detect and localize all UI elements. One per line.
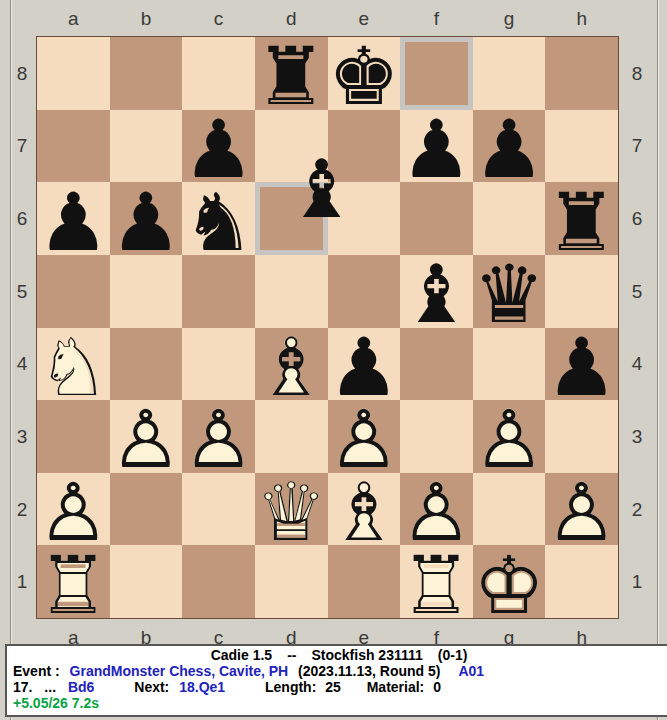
material-label: Material: bbox=[367, 679, 425, 695]
file-label-f: f bbox=[400, 9, 473, 28]
file-label-d: d bbox=[255, 9, 328, 28]
length-value: 25 bbox=[325, 679, 341, 695]
piece-outline: ♙ bbox=[182, 404, 255, 477]
white-pawn-piece[interactable]: ♟♙ bbox=[328, 400, 401, 473]
piece-fill: ♟ bbox=[37, 186, 110, 259]
piece-fill: ♟ bbox=[545, 332, 618, 405]
next-move: 18.Qe1 bbox=[179, 679, 225, 695]
square-d3[interactable] bbox=[255, 400, 328, 473]
black-queen-piece[interactable]: ♛ bbox=[473, 255, 546, 328]
white-knight-piece[interactable]: ♞♘ bbox=[37, 328, 110, 401]
black-pawn-piece[interactable]: ♟ bbox=[400, 110, 473, 183]
square-g1[interactable]: ♚♔ bbox=[473, 545, 546, 618]
event-label: Event : bbox=[13, 663, 60, 679]
info-panel: Cadie 1.5 -- Stockfish 231111 (0-1) Even… bbox=[5, 644, 667, 717]
square-d1[interactable] bbox=[255, 545, 328, 618]
chess-board: ♜♚♟♟♟♟♟♞♝♜♝♛♞♘♝♗♟♟♟♙♟♙♟♙♟♙♟♙♛♕♝♗♟♙♟♙♜♖♜♖… bbox=[36, 36, 619, 619]
rank-label-5: 5 bbox=[6, 282, 38, 301]
black-knight-piece[interactable]: ♞ bbox=[182, 182, 255, 255]
rank-label-1: 1 bbox=[621, 572, 653, 591]
rank-label-6: 6 bbox=[6, 209, 38, 228]
piece-fill: ♞ bbox=[182, 186, 255, 259]
rank-label-7: 7 bbox=[621, 136, 653, 155]
event-line: Event : GrandMonster Chess, Cavite, PH (… bbox=[13, 663, 665, 679]
square-f3[interactable] bbox=[400, 400, 473, 473]
piece-outline: ♖ bbox=[37, 549, 110, 622]
rank-label-5: 5 bbox=[621, 282, 653, 301]
piece-outline: ♙ bbox=[545, 477, 618, 550]
white-bishop-piece[interactable]: ♝♗ bbox=[255, 328, 328, 401]
black-pawn-piece[interactable]: ♟ bbox=[110, 182, 183, 255]
piece-fill: ♟ bbox=[473, 114, 546, 187]
square-c8[interactable] bbox=[182, 37, 255, 110]
white-player-name: Cadie 1.5 bbox=[211, 647, 272, 663]
black-pawn-piece[interactable]: ♟ bbox=[182, 110, 255, 183]
black-pawn-piece[interactable]: ♟ bbox=[545, 328, 618, 401]
square-a2[interactable]: ♟♙ bbox=[37, 473, 110, 546]
square-e1[interactable] bbox=[328, 545, 401, 618]
white-bishop-piece[interactable]: ♝♗ bbox=[328, 473, 401, 546]
square-h1[interactable] bbox=[545, 545, 618, 618]
piece-outline: ♔ bbox=[473, 549, 546, 622]
square-d6[interactable]: ♝ bbox=[255, 182, 328, 255]
square-g2[interactable] bbox=[473, 473, 546, 546]
event-details: (2023.11.13, Round 5) bbox=[298, 663, 440, 679]
square-g3[interactable]: ♟♙ bbox=[473, 400, 546, 473]
square-g5[interactable]: ♛ bbox=[473, 255, 546, 328]
piece-outline: ♖ bbox=[400, 549, 473, 622]
square-f4[interactable] bbox=[400, 328, 473, 401]
next-label: Next: bbox=[134, 679, 169, 695]
move-ellipsis: ... bbox=[44, 679, 56, 695]
square-g8[interactable] bbox=[473, 37, 546, 110]
black-rook-piece[interactable]: ♜ bbox=[255, 37, 328, 110]
material-value: 0 bbox=[433, 679, 441, 695]
rank-label-8: 8 bbox=[621, 64, 653, 83]
white-pawn-piece[interactable]: ♟♙ bbox=[182, 400, 255, 473]
square-f2[interactable]: ♟♙ bbox=[400, 473, 473, 546]
piece-fill: ♜ bbox=[255, 41, 328, 114]
square-e4[interactable]: ♟ bbox=[328, 328, 401, 401]
rank-label-2: 2 bbox=[621, 500, 653, 519]
white-pawn-piece[interactable]: ♟♙ bbox=[545, 473, 618, 546]
piece-outline: ♗ bbox=[255, 332, 328, 405]
piece-fill: ♛ bbox=[473, 259, 546, 332]
file-label-b: b bbox=[110, 9, 183, 28]
black-pawn-piece[interactable]: ♟ bbox=[37, 182, 110, 255]
square-c2[interactable] bbox=[182, 473, 255, 546]
square-c7[interactable]: ♟ bbox=[182, 110, 255, 183]
square-h6[interactable]: ♜ bbox=[545, 182, 618, 255]
black-player-name: Stockfish 231111 bbox=[311, 647, 422, 663]
black-bishop-piece[interactable]: ♝ bbox=[285, 149, 358, 222]
black-bishop-piece[interactable]: ♝ bbox=[400, 255, 473, 328]
square-e2[interactable]: ♝♗ bbox=[328, 473, 401, 546]
last-move: Bd6 bbox=[68, 679, 94, 695]
square-g7[interactable]: ♟ bbox=[473, 110, 546, 183]
piece-fill: ♜ bbox=[545, 186, 618, 259]
black-rook-piece[interactable]: ♜ bbox=[545, 182, 618, 255]
square-g4[interactable] bbox=[473, 328, 546, 401]
square-b4[interactable] bbox=[110, 328, 183, 401]
square-f1[interactable]: ♜♖ bbox=[400, 545, 473, 618]
square-c6[interactable]: ♞ bbox=[182, 182, 255, 255]
players-separator: -- bbox=[287, 647, 296, 663]
rank-label-7: 7 bbox=[6, 136, 38, 155]
square-d8[interactable]: ♜ bbox=[255, 37, 328, 110]
right-groove-highlight bbox=[658, 0, 659, 720]
piece-outline: ♗ bbox=[328, 477, 401, 550]
chess-gui-window: abcdefgh abcdefgh 87654321 87654321 ♜♚♟♟… bbox=[0, 0, 667, 720]
white-pawn-piece[interactable]: ♟♙ bbox=[473, 400, 546, 473]
square-a8[interactable] bbox=[37, 37, 110, 110]
square-f7[interactable]: ♟ bbox=[400, 110, 473, 183]
square-c1[interactable] bbox=[182, 545, 255, 618]
square-b6[interactable]: ♟ bbox=[110, 182, 183, 255]
rank-label-8: 8 bbox=[6, 64, 38, 83]
square-d5[interactable] bbox=[255, 255, 328, 328]
piece-fill: ♝ bbox=[285, 153, 358, 226]
square-b8[interactable] bbox=[110, 37, 183, 110]
white-queen-piece[interactable]: ♛♕ bbox=[255, 473, 328, 546]
square-c3[interactable]: ♟♙ bbox=[182, 400, 255, 473]
piece-outline: ♙ bbox=[473, 404, 546, 477]
rank-labels-left: 87654321 bbox=[6, 37, 38, 618]
square-a6[interactable]: ♟ bbox=[37, 182, 110, 255]
square-b1[interactable] bbox=[110, 545, 183, 618]
square-e3[interactable]: ♟♙ bbox=[328, 400, 401, 473]
square-g6[interactable] bbox=[473, 182, 546, 255]
rank-label-1: 1 bbox=[6, 572, 38, 591]
piece-fill: ♚ bbox=[328, 41, 401, 114]
white-rook-piece[interactable]: ♜♖ bbox=[400, 545, 473, 618]
square-d2[interactable]: ♛♕ bbox=[255, 473, 328, 546]
square-h8[interactable] bbox=[545, 37, 618, 110]
square-b7[interactable] bbox=[110, 110, 183, 183]
file-labels-top: abcdefgh bbox=[37, 2, 618, 34]
file-label-a: a bbox=[37, 9, 110, 28]
black-pawn-piece[interactable]: ♟ bbox=[473, 110, 546, 183]
square-c5[interactable] bbox=[182, 255, 255, 328]
length-label: Length: bbox=[265, 679, 316, 695]
piece-outline: ♙ bbox=[110, 404, 183, 477]
black-pawn-piece[interactable]: ♟ bbox=[328, 328, 401, 401]
square-e5[interactable] bbox=[328, 255, 401, 328]
square-a4[interactable]: ♞♘ bbox=[37, 328, 110, 401]
file-label-h: h bbox=[545, 9, 618, 28]
square-h7[interactable] bbox=[545, 110, 618, 183]
square-h3[interactable] bbox=[545, 400, 618, 473]
engine-eval: +5.05/26 7.2s bbox=[13, 695, 665, 711]
square-a5[interactable] bbox=[37, 255, 110, 328]
square-a1[interactable]: ♜♖ bbox=[37, 545, 110, 618]
piece-outline: ♘ bbox=[37, 332, 110, 405]
rank-labels-right: 87654321 bbox=[621, 37, 653, 618]
white-pawn-piece[interactable]: ♟♙ bbox=[110, 400, 183, 473]
white-king-piece[interactable]: ♚♔ bbox=[473, 545, 546, 618]
black-king-piece[interactable]: ♚ bbox=[328, 37, 401, 110]
rank-label-4: 4 bbox=[6, 354, 38, 373]
square-c4[interactable] bbox=[182, 328, 255, 401]
square-h4[interactable]: ♟ bbox=[545, 328, 618, 401]
square-e8[interactable]: ♚ bbox=[328, 37, 401, 110]
eco-code: A01 bbox=[458, 663, 484, 679]
rank-label-2: 2 bbox=[6, 500, 38, 519]
file-label-g: g bbox=[473, 9, 546, 28]
square-h5[interactable] bbox=[545, 255, 618, 328]
file-label-c: c bbox=[182, 9, 255, 28]
move-line: 17. ... Bd6 Next: 18.Qe1 Length: 25 Mate… bbox=[13, 679, 665, 695]
square-b2[interactable] bbox=[110, 473, 183, 546]
square-a7[interactable] bbox=[37, 110, 110, 183]
square-d4[interactable]: ♝♗ bbox=[255, 328, 328, 401]
game-result: (0-1) bbox=[438, 647, 468, 663]
piece-fill: ♝ bbox=[400, 259, 473, 332]
square-f8[interactable] bbox=[400, 37, 473, 110]
event-name: GrandMonster Chess, Cavite, PH bbox=[70, 663, 289, 679]
white-rook-piece[interactable]: ♜♖ bbox=[37, 545, 110, 618]
square-a3[interactable] bbox=[37, 400, 110, 473]
square-f5[interactable]: ♝ bbox=[400, 255, 473, 328]
piece-fill: ♟ bbox=[110, 186, 183, 259]
rank-label-4: 4 bbox=[621, 354, 653, 373]
rank-label-3: 3 bbox=[621, 427, 653, 446]
rank-label-6: 6 bbox=[621, 209, 653, 228]
piece-fill: ♟ bbox=[400, 114, 473, 187]
square-b5[interactable] bbox=[110, 255, 183, 328]
file-label-e: e bbox=[328, 9, 401, 28]
square-f6[interactable] bbox=[400, 182, 473, 255]
rank-label-3: 3 bbox=[6, 427, 38, 446]
white-pawn-piece[interactable]: ♟♙ bbox=[37, 473, 110, 546]
game-header-line: Cadie 1.5 -- Stockfish 231111 (0-1) bbox=[13, 647, 665, 663]
piece-outline: ♕ bbox=[255, 477, 328, 550]
white-pawn-piece[interactable]: ♟♙ bbox=[400, 473, 473, 546]
square-h2[interactable]: ♟♙ bbox=[545, 473, 618, 546]
move-number: 17. bbox=[13, 679, 32, 695]
square-b3[interactable]: ♟♙ bbox=[110, 400, 183, 473]
